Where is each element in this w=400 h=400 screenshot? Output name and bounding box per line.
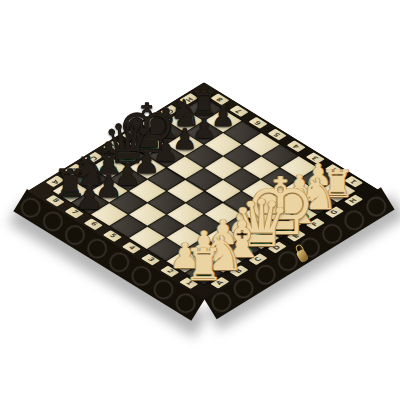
chess-set-photo: AABBCCDDEEFFGGHH1122334455667788 ♜♞♝♛♚♝♞… [0, 0, 400, 400]
white-rook-a1[interactable]: ♜ [184, 243, 223, 287]
pieces-layer: ♜♞♝♛♚♝♞♜♟♟♟♟♟♟♟♟♟♟♟♟♟♟♟♟♜♞♝♛♚♝♞♜ [0, 0, 400, 400]
black-pawn-a7[interactable]: ♟ [75, 182, 104, 214]
